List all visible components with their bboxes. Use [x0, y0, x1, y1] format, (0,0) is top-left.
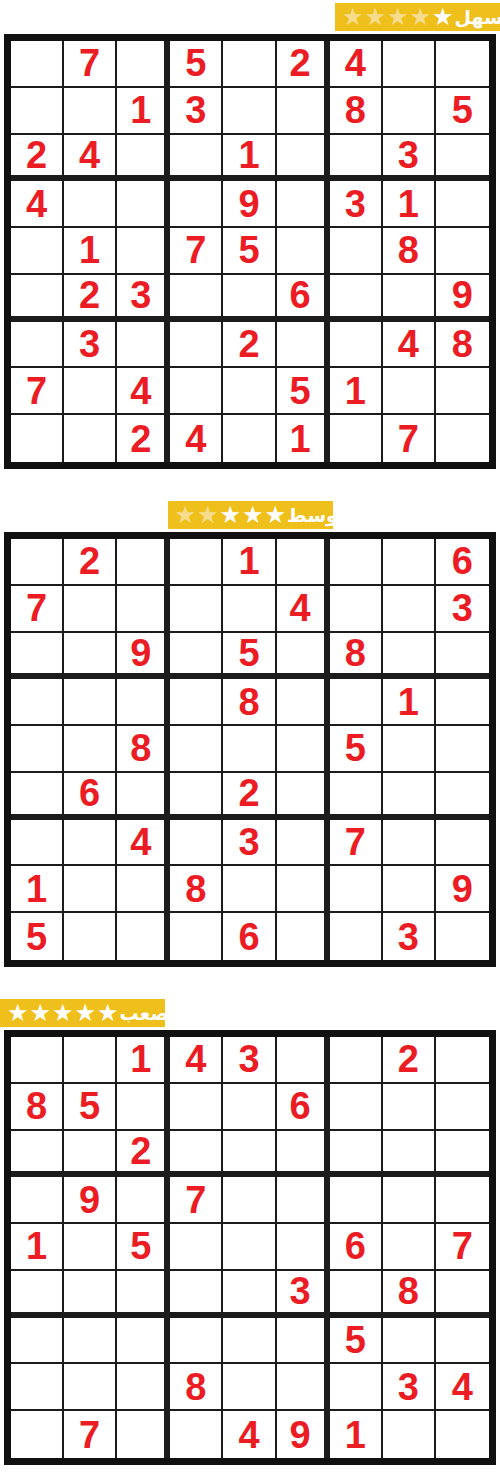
- cell-r6c5: 2: [223, 773, 276, 820]
- difficulty-banner-hard: ★★★★★ صعب: [0, 999, 165, 1027]
- cell-r2c7[interactable]: [330, 1084, 383, 1131]
- cell-r7c1[interactable]: [11, 1318, 64, 1365]
- cell-r9c3[interactable]: [117, 1411, 170, 1458]
- cell-r9c2[interactable]: [64, 913, 117, 960]
- cell-r8c4: 8: [170, 1364, 223, 1411]
- cell-r3c8: 3: [383, 135, 436, 182]
- cell-r6c7[interactable]: [330, 275, 383, 322]
- cell-r4c3[interactable]: [117, 1177, 170, 1224]
- cell-r8c7[interactable]: [330, 866, 383, 913]
- cell-r8c5[interactable]: [223, 1364, 276, 1411]
- difficulty-label-medium: وسط: [287, 506, 338, 525]
- cell-r8c1: 1: [11, 866, 64, 913]
- cell-r4c1[interactable]: [11, 1177, 64, 1224]
- star-icon: ★: [220, 503, 243, 527]
- cell-r3c6[interactable]: [277, 135, 330, 182]
- cell-r7c1[interactable]: [11, 820, 64, 867]
- cell-r1c5: 1: [223, 539, 276, 586]
- cell-r2c9: 5: [436, 88, 489, 135]
- cell-r8c2[interactable]: [64, 368, 117, 415]
- cell-r2c8[interactable]: [383, 1084, 436, 1131]
- cell-r5c6[interactable]: [277, 726, 330, 773]
- cell-r5c2: 1: [64, 228, 117, 275]
- cell-r9c1[interactable]: [11, 415, 64, 462]
- cell-r2c3[interactable]: [117, 1084, 170, 1131]
- cell-r4c8: 1: [383, 181, 436, 228]
- cell-r5c4[interactable]: [170, 726, 223, 773]
- cell-r8c6[interactable]: [277, 1364, 330, 1411]
- cell-r1c3[interactable]: [117, 539, 170, 586]
- cell-r3c7[interactable]: [330, 1131, 383, 1178]
- cell-r6c1[interactable]: [11, 275, 64, 322]
- cell-r2c2[interactable]: [64, 88, 117, 135]
- cell-r7c5[interactable]: [223, 1318, 276, 1365]
- cell-r4c2[interactable]: [64, 181, 117, 228]
- cell-r2c4[interactable]: [170, 586, 223, 633]
- cell-r7c8: 4: [383, 322, 436, 369]
- cell-r4c5: 9: [223, 181, 276, 228]
- cell-r4c9[interactable]: [436, 181, 489, 228]
- cell-r2c6[interactable]: [277, 88, 330, 135]
- cell-r5c5: 5: [223, 228, 276, 275]
- cell-r8c4[interactable]: [170, 368, 223, 415]
- cell-r9c3[interactable]: [117, 913, 170, 960]
- cell-r6c6[interactable]: [277, 773, 330, 820]
- star-icon: ★: [242, 503, 265, 527]
- cell-r5c5[interactable]: [223, 1224, 276, 1271]
- cell-r7c6[interactable]: [277, 820, 330, 867]
- cell-r2c4[interactable]: [170, 1084, 223, 1131]
- cell-r9c3: 2: [117, 415, 170, 462]
- cell-r8c9: 4: [436, 1364, 489, 1411]
- cell-r1c7: 4: [330, 41, 383, 88]
- cell-r8c2[interactable]: [64, 866, 117, 913]
- star-icon: ★: [342, 5, 365, 29]
- cell-r1c7[interactable]: [330, 539, 383, 586]
- cell-r1c4[interactable]: [170, 539, 223, 586]
- cell-r8c6[interactable]: [277, 866, 330, 913]
- cell-r7c7: 5: [330, 1318, 383, 1365]
- banner-row-easy: ★★★★★ سهل: [0, 3, 500, 31]
- cell-r4c7: 3: [330, 181, 383, 228]
- cell-r2c5[interactable]: [223, 88, 276, 135]
- cell-r6c4[interactable]: [170, 773, 223, 820]
- cell-r6c6: 3: [277, 1271, 330, 1318]
- cell-r8c1[interactable]: [11, 1364, 64, 1411]
- cell-r5c7: 6: [330, 1224, 383, 1271]
- cell-r3c1[interactable]: [11, 1131, 64, 1178]
- cell-r7c6[interactable]: [277, 322, 330, 369]
- cell-r9c5[interactable]: [223, 415, 276, 462]
- cell-r8c5[interactable]: [223, 866, 276, 913]
- cell-r5c3: 8: [117, 726, 170, 773]
- cell-r9c4: 4: [170, 415, 223, 462]
- banner-row-hard: ★★★★★ صعب: [0, 999, 500, 1027]
- star-icon: ★: [387, 5, 410, 29]
- cell-r3c6[interactable]: [277, 633, 330, 680]
- cell-r1c9: 6: [436, 539, 489, 586]
- cell-r8c6: 5: [277, 368, 330, 415]
- banner-row-medium: ★★★★★ وسط: [0, 501, 500, 529]
- cell-r2c7[interactable]: [330, 586, 383, 633]
- cell-r2c9: 3: [436, 586, 489, 633]
- cell-r8c8[interactable]: [383, 866, 436, 913]
- cell-r7c2: 3: [64, 322, 117, 369]
- cell-r5c6[interactable]: [277, 1224, 330, 1271]
- cell-r6c2: 2: [64, 275, 117, 322]
- cell-r1c3: 1: [117, 1037, 170, 1084]
- cell-r9c8[interactable]: [383, 1411, 436, 1458]
- cell-r8c3: 4: [117, 368, 170, 415]
- cell-r8c2[interactable]: [64, 1364, 117, 1411]
- cell-r5c4[interactable]: [170, 1224, 223, 1271]
- cell-r5c9[interactable]: [436, 726, 489, 773]
- cell-r5c6[interactable]: [277, 228, 330, 275]
- cell-r3c1: 2: [11, 135, 64, 182]
- cell-r6c5[interactable]: [223, 1271, 276, 1318]
- cell-r1c8: 2: [383, 1037, 436, 1084]
- cell-r1c9[interactable]: [436, 1037, 489, 1084]
- cell-r8c8: 3: [383, 1364, 436, 1411]
- cell-r3c2: 4: [64, 135, 117, 182]
- sudoku-grid-medium: 216743958818562437189563: [4, 532, 496, 967]
- cell-r7c7[interactable]: [330, 322, 383, 369]
- star-icon: ★: [52, 1001, 75, 1025]
- cell-r6c2: 6: [64, 773, 117, 820]
- cell-r7c8[interactable]: [383, 820, 436, 867]
- cell-r3c7[interactable]: [330, 135, 383, 182]
- star-icon: ★: [432, 5, 455, 29]
- cell-r4c6[interactable]: [277, 1177, 330, 1224]
- cell-r6c2[interactable]: [64, 1271, 117, 1318]
- cell-r1c4: 5: [170, 41, 223, 88]
- cell-r1c8[interactable]: [383, 539, 436, 586]
- cell-r2c2[interactable]: [64, 586, 117, 633]
- cell-r5c9[interactable]: [436, 228, 489, 275]
- cell-r4c9[interactable]: [436, 1177, 489, 1224]
- cell-r4c8: 1: [383, 679, 436, 726]
- cell-r2c5[interactable]: [223, 586, 276, 633]
- cell-r4c3[interactable]: [117, 181, 170, 228]
- cell-r1c6[interactable]: [277, 1037, 330, 1084]
- cell-r6c1[interactable]: [11, 773, 64, 820]
- cell-r7c9[interactable]: [436, 820, 489, 867]
- cell-r5c3[interactable]: [117, 228, 170, 275]
- cell-r2c6: 4: [277, 586, 330, 633]
- cell-r4c4[interactable]: [170, 679, 223, 726]
- star-icon: ★: [7, 1001, 30, 1025]
- cell-r7c4[interactable]: [170, 1318, 223, 1365]
- cell-r1c1[interactable]: [11, 41, 64, 88]
- star-rating-hard: ★★★★★: [7, 1001, 120, 1025]
- star-icon: ★: [197, 503, 220, 527]
- cell-r5c1: 1: [11, 1224, 64, 1271]
- cell-r9c4[interactable]: [170, 1411, 223, 1458]
- cell-r7c3: 4: [117, 820, 170, 867]
- cell-r4c5[interactable]: [223, 1177, 276, 1224]
- cell-r5c9: 7: [436, 1224, 489, 1271]
- cell-r3c9[interactable]: [436, 1131, 489, 1178]
- cell-r7c3[interactable]: [117, 322, 170, 369]
- cell-r3c6[interactable]: [277, 1131, 330, 1178]
- cell-r4c7[interactable]: [330, 679, 383, 726]
- cell-r4c6[interactable]: [277, 679, 330, 726]
- cell-r9c1: 5: [11, 913, 64, 960]
- cell-r5c7[interactable]: [330, 228, 383, 275]
- cell-r2c9[interactable]: [436, 1084, 489, 1131]
- cell-r5c1[interactable]: [11, 726, 64, 773]
- cell-r6c1[interactable]: [11, 1271, 64, 1318]
- star-icon: ★: [97, 1001, 120, 1025]
- cell-r2c5[interactable]: [223, 1084, 276, 1131]
- cell-r5c8[interactable]: [383, 1224, 436, 1271]
- star-icon: ★: [75, 1001, 98, 1025]
- cell-r3c3: 2: [117, 1131, 170, 1178]
- cell-r4c9[interactable]: [436, 679, 489, 726]
- cell-r9c2: 7: [64, 1411, 117, 1458]
- cell-r5c5[interactable]: [223, 726, 276, 773]
- cell-r7c9[interactable]: [436, 1318, 489, 1365]
- cell-r4c2[interactable]: [64, 679, 117, 726]
- cell-r4c8[interactable]: [383, 1177, 436, 1224]
- cell-r1c5[interactable]: [223, 41, 276, 88]
- cell-r9c6: 1: [277, 415, 330, 462]
- puzzle-section-easy: ★★★★★ سهل 752413852413493117582369324874…: [0, 3, 500, 469]
- cell-r3c4[interactable]: [170, 135, 223, 182]
- cell-r6c4[interactable]: [170, 1271, 223, 1318]
- cell-r9c4[interactable]: [170, 913, 223, 960]
- cell-r9c6[interactable]: [277, 913, 330, 960]
- cell-r7c1[interactable]: [11, 322, 64, 369]
- cell-r4c1: 4: [11, 181, 64, 228]
- cell-r7c8[interactable]: [383, 1318, 436, 1365]
- cell-r5c2[interactable]: [64, 726, 117, 773]
- cell-r1c1[interactable]: [11, 1037, 64, 1084]
- cell-r9c1[interactable]: [11, 1411, 64, 1458]
- cell-r4c6[interactable]: [277, 181, 330, 228]
- cell-r1c9[interactable]: [436, 41, 489, 88]
- cell-r2c8[interactable]: [383, 586, 436, 633]
- cell-r3c4[interactable]: [170, 633, 223, 680]
- cell-r2c2: 5: [64, 1084, 117, 1131]
- cell-r9c6: 9: [277, 1411, 330, 1458]
- star-rating-medium: ★★★★★: [175, 503, 288, 527]
- cell-r7c2[interactable]: [64, 820, 117, 867]
- cell-r3c7: 8: [330, 633, 383, 680]
- cell-r7c7: 7: [330, 820, 383, 867]
- cell-r6c9: 9: [436, 275, 489, 322]
- cell-r9c2[interactable]: [64, 415, 117, 462]
- cell-r3c8[interactable]: [383, 1131, 436, 1178]
- cell-r6c7[interactable]: [330, 1271, 383, 1318]
- cell-r1c7[interactable]: [330, 1037, 383, 1084]
- sudoku-grid-hard: 143285629715673858347491: [4, 1030, 496, 1465]
- puzzle-section-hard: ★★★★★ صعب 143285629715673858347491: [0, 999, 500, 1465]
- cell-r3c9[interactable]: [436, 135, 489, 182]
- difficulty-banner-medium: ★★★★★ وسط: [168, 501, 333, 529]
- cell-r4c4: 7: [170, 1177, 223, 1224]
- cell-r4c3[interactable]: [117, 679, 170, 726]
- cell-r2c4: 3: [170, 88, 223, 135]
- cell-r7c2[interactable]: [64, 1318, 117, 1365]
- cell-r7c3[interactable]: [117, 1318, 170, 1365]
- cell-r5c2[interactable]: [64, 1224, 117, 1271]
- cell-r3c8[interactable]: [383, 633, 436, 680]
- cell-r6c8: 8: [383, 1271, 436, 1318]
- cell-r6c8[interactable]: [383, 773, 436, 820]
- cell-r9c7[interactable]: [330, 415, 383, 462]
- cell-r9c7: 1: [330, 1411, 383, 1458]
- cell-r7c6[interactable]: [277, 1318, 330, 1365]
- cell-r5c1[interactable]: [11, 228, 64, 275]
- cell-r9c7[interactable]: [330, 913, 383, 960]
- cell-r6c9[interactable]: [436, 1271, 489, 1318]
- cell-r8c7: 1: [330, 368, 383, 415]
- cell-r3c5: 5: [223, 633, 276, 680]
- cell-r8c5[interactable]: [223, 368, 276, 415]
- cell-r4c5: 8: [223, 679, 276, 726]
- cell-r6c8[interactable]: [383, 275, 436, 322]
- cell-r7c4[interactable]: [170, 820, 223, 867]
- cell-r8c3[interactable]: [117, 1364, 170, 1411]
- cell-r6c3[interactable]: [117, 1271, 170, 1318]
- cell-r4c7[interactable]: [330, 1177, 383, 1224]
- sudoku-grid-easy: 752413852413493117582369324874512417: [4, 34, 496, 469]
- cell-r5c8[interactable]: [383, 726, 436, 773]
- cell-r2c1: 8: [11, 1084, 64, 1131]
- star-icon: ★: [175, 503, 198, 527]
- star-icon: ★: [365, 5, 388, 29]
- cell-r5c7: 5: [330, 726, 383, 773]
- difficulty-banner-easy: ★★★★★ سهل: [335, 3, 500, 31]
- cell-r9c8: 3: [383, 913, 436, 960]
- cell-r8c8[interactable]: [383, 368, 436, 415]
- cell-r2c3[interactable]: [117, 586, 170, 633]
- cell-r6c5[interactable]: [223, 275, 276, 322]
- difficulty-label-easy: سهل: [455, 8, 500, 27]
- cell-r7c5: 2: [223, 322, 276, 369]
- cell-r3c9[interactable]: [436, 633, 489, 680]
- cell-r4c2: 9: [64, 1177, 117, 1224]
- cell-r4c1[interactable]: [11, 679, 64, 726]
- cell-r3c3[interactable]: [117, 135, 170, 182]
- cell-r7c4[interactable]: [170, 322, 223, 369]
- cell-r1c3[interactable]: [117, 41, 170, 88]
- cell-r2c1[interactable]: [11, 88, 64, 135]
- cell-r6c3[interactable]: [117, 773, 170, 820]
- cell-r3c2[interactable]: [64, 1131, 117, 1178]
- cell-r1c1[interactable]: [11, 539, 64, 586]
- cell-r9c5: 4: [223, 1411, 276, 1458]
- cell-r2c3: 1: [117, 88, 170, 135]
- cell-r1c4: 4: [170, 1037, 223, 1084]
- cell-r5c8: 8: [383, 228, 436, 275]
- cell-r3c1[interactable]: [11, 633, 64, 680]
- difficulty-label-hard: صعب: [120, 1004, 169, 1023]
- cell-r6c9[interactable]: [436, 773, 489, 820]
- cell-r6c6: 6: [277, 275, 330, 322]
- cell-r7c9: 8: [436, 322, 489, 369]
- cell-r3c5: 1: [223, 135, 276, 182]
- cell-r7c5: 3: [223, 820, 276, 867]
- cell-r9c5: 6: [223, 913, 276, 960]
- star-rating-easy: ★★★★★: [342, 5, 455, 29]
- cell-r2c7: 8: [330, 88, 383, 135]
- cell-r9c8: 7: [383, 415, 436, 462]
- cell-r1c2: 7: [64, 41, 117, 88]
- cell-r6c4[interactable]: [170, 275, 223, 322]
- cell-r8c9[interactable]: [436, 368, 489, 415]
- cell-r1c6: 2: [277, 41, 330, 88]
- star-icon: ★: [410, 5, 433, 29]
- cell-r2c6: 6: [277, 1084, 330, 1131]
- cell-r8c1: 7: [11, 368, 64, 415]
- sudoku-page: ★★★★★ سهل 752413852413493117582369324874…: [0, 0, 500, 1465]
- cell-r1c6[interactable]: [277, 539, 330, 586]
- cell-r1c5: 3: [223, 1037, 276, 1084]
- cell-r3c2[interactable]: [64, 633, 117, 680]
- cell-r1c2: 2: [64, 539, 117, 586]
- cell-r5c3: 5: [117, 1224, 170, 1271]
- cell-r3c4[interactable]: [170, 1131, 223, 1178]
- cell-r8c7[interactable]: [330, 1364, 383, 1411]
- cell-r8c4: 8: [170, 866, 223, 913]
- cell-r9c9[interactable]: [436, 415, 489, 462]
- cell-r8c9: 9: [436, 866, 489, 913]
- puzzle-section-medium: ★★★★★ وسط 216743958818562437189563: [0, 501, 500, 967]
- cell-r5c4: 7: [170, 228, 223, 275]
- cell-r9c9[interactable]: [436, 913, 489, 960]
- cell-r2c1: 7: [11, 586, 64, 633]
- cell-r3c3: 9: [117, 633, 170, 680]
- cell-r2c8[interactable]: [383, 88, 436, 135]
- star-icon: ★: [265, 503, 288, 527]
- cell-r8c3[interactable]: [117, 866, 170, 913]
- cell-r6c7[interactable]: [330, 773, 383, 820]
- cell-r6c3: 3: [117, 275, 170, 322]
- cell-r1c2[interactable]: [64, 1037, 117, 1084]
- star-icon: ★: [30, 1001, 53, 1025]
- cell-r1c8[interactable]: [383, 41, 436, 88]
- cell-r9c9[interactable]: [436, 1411, 489, 1458]
- cell-r3c5[interactable]: [223, 1131, 276, 1178]
- cell-r4c4[interactable]: [170, 181, 223, 228]
